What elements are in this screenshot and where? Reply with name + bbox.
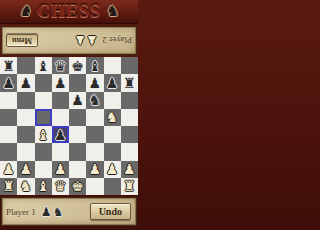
piece-white-pawn: ♟ [2, 162, 15, 176]
piece-white-rook: ♜ [2, 179, 15, 193]
square-d6[interactable] [52, 92, 69, 109]
piece-black-pawn: ♟ [71, 93, 84, 107]
piece-white-rook: ♜ [123, 179, 136, 193]
square-g7[interactable]: ♟ [104, 74, 121, 91]
piece-white-bishop: ♝ [37, 179, 50, 193]
chess-board[interactable]: ♜♝♛♚♝♟♟♟♟♟♜♟♞♞♝♟♟♟♟♟♟♟♜♞♝♛♚♜ [0, 57, 138, 195]
square-a7[interactable]: ♟ [0, 74, 17, 91]
square-f3[interactable] [86, 143, 103, 160]
square-c5[interactable] [35, 109, 52, 126]
square-e5[interactable] [69, 109, 86, 126]
square-b8[interactable] [17, 57, 34, 74]
square-b1[interactable]: ♞ [17, 178, 34, 195]
piece-white-knight: ♞ [106, 110, 119, 124]
piece-white-pawn: ♟ [123, 162, 136, 176]
piece-black-bishop: ♝ [89, 59, 102, 73]
piece-white-bishop: ♝ [37, 128, 50, 142]
square-c6[interactable] [35, 92, 52, 109]
square-c7[interactable] [35, 74, 52, 91]
knight-icon: ♞ [106, 4, 119, 19]
square-g2[interactable]: ♟ [104, 161, 121, 178]
player2-label: Player 2 [102, 36, 132, 46]
square-b7[interactable]: ♟ [17, 74, 34, 91]
square-h5[interactable] [121, 109, 138, 126]
square-f8[interactable]: ♝ [86, 57, 103, 74]
square-c4[interactable]: ♝ [35, 126, 52, 143]
square-h8[interactable] [121, 57, 138, 74]
app-title: CHESS [37, 1, 101, 22]
piece-black-rook: ♜ [123, 76, 136, 90]
piece-black-queen: ♛ [54, 59, 67, 73]
piece-black-king: ♚ [71, 59, 84, 73]
square-h1[interactable]: ♜ [121, 178, 138, 195]
player2-captured-tray: ♟♟ [75, 35, 98, 47]
player2-bar-content: Player 2 ♟♟ Menu [2, 27, 136, 54]
square-a3[interactable] [0, 143, 17, 160]
square-e4[interactable] [69, 126, 86, 143]
square-b2[interactable]: ♟ [17, 161, 34, 178]
knight-icon: ♞ [19, 4, 32, 19]
player1-label: Player 1 [6, 207, 36, 217]
piece-black-rook: ♜ [2, 59, 15, 73]
captured-black-pawn-icon: ♟ [41, 206, 52, 218]
square-b6[interactable] [17, 92, 34, 109]
player1-captured-tray: ♟♞ [41, 206, 64, 218]
square-a2[interactable]: ♟ [0, 161, 17, 178]
square-f6[interactable]: ♞ [86, 92, 103, 109]
square-c3[interactable] [35, 143, 52, 160]
piece-white-king: ♚ [71, 179, 84, 193]
square-h4[interactable] [121, 126, 138, 143]
menu-button[interactable]: Menu [6, 34, 38, 47]
square-b3[interactable] [17, 143, 34, 160]
square-e3[interactable] [69, 143, 86, 160]
square-e1[interactable]: ♚ [69, 178, 86, 195]
piece-black-bishop: ♝ [37, 59, 50, 73]
square-g3[interactable] [104, 143, 121, 160]
square-a5[interactable] [0, 109, 17, 126]
square-b5[interactable] [17, 109, 34, 126]
piece-black-pawn: ♟ [54, 128, 67, 142]
square-e7[interactable] [69, 74, 86, 91]
square-d3[interactable] [52, 143, 69, 160]
piece-white-queen: ♛ [54, 179, 67, 193]
square-d7[interactable]: ♟ [52, 74, 69, 91]
piece-black-pawn: ♟ [2, 76, 15, 90]
piece-white-pawn: ♟ [106, 162, 119, 176]
player1-bar: Player 1 ♟♞ Undo [1, 197, 137, 226]
square-a6[interactable] [0, 92, 17, 109]
square-f7[interactable]: ♟ [86, 74, 103, 91]
square-h6[interactable] [121, 92, 138, 109]
square-f4[interactable] [86, 126, 103, 143]
piece-black-knight: ♞ [89, 93, 102, 107]
captured-white-pawn-icon: ♟ [86, 35, 97, 47]
square-a8[interactable]: ♜ [0, 57, 17, 74]
square-h2[interactable]: ♟ [121, 161, 138, 178]
piece-white-pawn: ♟ [89, 162, 102, 176]
square-h7[interactable]: ♜ [121, 74, 138, 91]
title-bar: ♞ CHESS ♞ [0, 0, 138, 24]
square-c1[interactable]: ♝ [35, 178, 52, 195]
square-e6[interactable]: ♟ [69, 92, 86, 109]
square-d1[interactable]: ♛ [52, 178, 69, 195]
square-d2[interactable]: ♟ [52, 161, 69, 178]
square-a1[interactable]: ♜ [0, 178, 17, 195]
square-f2[interactable]: ♟ [86, 161, 103, 178]
square-g5[interactable]: ♞ [104, 109, 121, 126]
captured-white-pawn-icon: ♟ [75, 35, 86, 47]
square-d5[interactable] [52, 109, 69, 126]
square-e8[interactable]: ♚ [69, 57, 86, 74]
player2-bar: Player 2 ♟♟ Menu [1, 26, 137, 55]
square-g1[interactable] [104, 178, 121, 195]
captured-black-knight-icon: ♞ [53, 206, 64, 218]
square-g6[interactable] [104, 92, 121, 109]
square-d8[interactable]: ♛ [52, 57, 69, 74]
square-a4[interactable] [0, 126, 17, 143]
square-d4[interactable]: ♟ [52, 126, 69, 143]
square-c2[interactable] [35, 161, 52, 178]
piece-black-pawn: ♟ [89, 76, 102, 90]
piece-black-pawn: ♟ [20, 76, 33, 90]
player1-bar-content: Player 1 ♟♞ Undo [2, 198, 136, 225]
square-e2[interactable] [69, 161, 86, 178]
piece-white-knight: ♞ [20, 179, 33, 193]
square-f5[interactable] [86, 109, 103, 126]
square-g8[interactable] [104, 57, 121, 74]
square-g4[interactable] [104, 126, 121, 143]
piece-white-pawn: ♟ [20, 162, 33, 176]
square-h3[interactable] [121, 143, 138, 160]
square-c8[interactable]: ♝ [35, 57, 52, 74]
square-b4[interactable] [17, 126, 34, 143]
piece-white-pawn: ♟ [54, 162, 67, 176]
square-f1[interactable] [86, 178, 103, 195]
piece-black-pawn: ♟ [106, 76, 119, 90]
undo-button[interactable]: Undo [90, 203, 131, 220]
piece-black-pawn: ♟ [54, 76, 67, 90]
